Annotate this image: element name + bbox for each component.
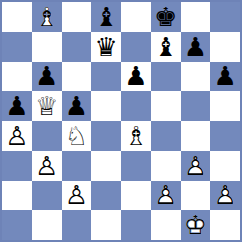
square-c4[interactable]: ♞♘ (62, 121, 92, 151)
square-h8[interactable] (210, 2, 240, 32)
square-a2[interactable] (2, 181, 32, 211)
piece-outline: ♗ (32, 2, 62, 32)
chess-board[interactable]: ♝♗♝♚♛♝♟♟♟♟♟♛♕♟♟♙♞♘♝♗♟♙♟♙♟♙♟♙♟♙♚♔ (0, 0, 242, 242)
piece-outline: ♗ (121, 121, 151, 151)
square-g6[interactable] (181, 62, 211, 92)
square-f5[interactable] (151, 91, 181, 121)
white-bishop-piece[interactable]: ♝♗ (32, 2, 62, 32)
piece-glyph: ♟ (210, 62, 240, 92)
square-e8[interactable] (121, 2, 151, 32)
square-e6[interactable]: ♟ (121, 62, 151, 92)
square-f3[interactable] (151, 151, 181, 181)
piece-outline: ♔ (181, 210, 211, 240)
square-d8[interactable]: ♝ (91, 2, 121, 32)
piece-outline: ♙ (62, 181, 92, 211)
square-c3[interactable] (62, 151, 92, 181)
square-h4[interactable] (210, 121, 240, 151)
square-a3[interactable] (2, 151, 32, 181)
piece-glyph: ♟ (32, 62, 62, 92)
square-a1[interactable] (2, 210, 32, 240)
white-knight-piece[interactable]: ♞♘ (62, 121, 92, 151)
square-d1[interactable] (91, 210, 121, 240)
square-a7[interactable] (2, 32, 32, 62)
square-d4[interactable] (91, 121, 121, 151)
square-e5[interactable] (121, 91, 151, 121)
black-pawn-piece[interactable]: ♟ (210, 62, 240, 92)
square-g1[interactable]: ♚♔ (181, 210, 211, 240)
black-bishop-piece[interactable]: ♝ (91, 2, 121, 32)
square-a8[interactable] (2, 2, 32, 32)
square-d7[interactable]: ♛ (91, 32, 121, 62)
piece-glyph: ♝ (151, 32, 181, 62)
white-pawn-piece[interactable]: ♟♙ (2, 121, 32, 151)
square-g5[interactable] (181, 91, 211, 121)
piece-glyph: ♝ (91, 2, 121, 32)
square-d3[interactable] (91, 151, 121, 181)
square-f1[interactable] (151, 210, 181, 240)
square-e4[interactable]: ♝♗ (121, 121, 151, 151)
square-b3[interactable]: ♟♙ (32, 151, 62, 181)
square-e2[interactable] (121, 181, 151, 211)
square-h3[interactable] (210, 151, 240, 181)
square-g4[interactable] (181, 121, 211, 151)
black-bishop-piece[interactable]: ♝ (151, 32, 181, 62)
piece-outline: ♙ (210, 181, 240, 211)
square-b8[interactable]: ♝♗ (32, 2, 62, 32)
white-pawn-piece[interactable]: ♟♙ (32, 151, 62, 181)
black-pawn-piece[interactable]: ♟ (181, 32, 211, 62)
square-h1[interactable] (210, 210, 240, 240)
square-b7[interactable] (32, 32, 62, 62)
piece-outline: ♙ (32, 151, 62, 181)
square-f6[interactable] (151, 62, 181, 92)
white-pawn-piece[interactable]: ♟♙ (151, 181, 181, 211)
square-g2[interactable] (181, 181, 211, 211)
piece-glyph: ♛ (91, 32, 121, 62)
square-b5[interactable]: ♛♕ (32, 91, 62, 121)
piece-glyph: ♟ (181, 32, 211, 62)
square-c1[interactable] (62, 210, 92, 240)
square-b6[interactable]: ♟ (32, 62, 62, 92)
square-b4[interactable] (32, 121, 62, 151)
white-bishop-piece[interactable]: ♝♗ (121, 121, 151, 151)
white-pawn-piece[interactable]: ♟♙ (210, 181, 240, 211)
square-f7[interactable]: ♝ (151, 32, 181, 62)
square-d6[interactable] (91, 62, 121, 92)
square-a4[interactable]: ♟♙ (2, 121, 32, 151)
square-c2[interactable]: ♟♙ (62, 181, 92, 211)
white-pawn-piece[interactable]: ♟♙ (181, 151, 211, 181)
square-h5[interactable] (210, 91, 240, 121)
square-g3[interactable]: ♟♙ (181, 151, 211, 181)
square-a6[interactable] (2, 62, 32, 92)
square-f8[interactable]: ♚ (151, 2, 181, 32)
square-e7[interactable] (121, 32, 151, 62)
black-pawn-piece[interactable]: ♟ (2, 91, 32, 121)
piece-glyph: ♚ (151, 2, 181, 32)
black-king-piece[interactable]: ♚ (151, 2, 181, 32)
square-c5[interactable]: ♟ (62, 91, 92, 121)
square-h7[interactable] (210, 32, 240, 62)
square-e3[interactable] (121, 151, 151, 181)
square-d5[interactable] (91, 91, 121, 121)
piece-outline: ♘ (62, 121, 92, 151)
square-a5[interactable]: ♟ (2, 91, 32, 121)
square-d2[interactable] (91, 181, 121, 211)
square-c6[interactable] (62, 62, 92, 92)
square-g7[interactable]: ♟ (181, 32, 211, 62)
white-pawn-piece[interactable]: ♟♙ (62, 181, 92, 211)
square-h6[interactable]: ♟ (210, 62, 240, 92)
piece-glyph: ♟ (121, 62, 151, 92)
black-pawn-piece[interactable]: ♟ (62, 91, 92, 121)
piece-outline: ♙ (181, 151, 211, 181)
black-pawn-piece[interactable]: ♟ (121, 62, 151, 92)
black-pawn-piece[interactable]: ♟ (32, 62, 62, 92)
piece-outline: ♙ (2, 121, 32, 151)
square-b2[interactable] (32, 181, 62, 211)
square-f4[interactable] (151, 121, 181, 151)
square-c7[interactable] (62, 32, 92, 62)
piece-glyph: ♟ (2, 91, 32, 121)
square-g8[interactable] (181, 2, 211, 32)
square-e1[interactable] (121, 210, 151, 240)
black-queen-piece[interactable]: ♛ (91, 32, 121, 62)
white-king-piece[interactable]: ♚♔ (181, 210, 211, 240)
piece-outline: ♙ (151, 181, 181, 211)
square-c8[interactable] (62, 2, 92, 32)
piece-outline: ♕ (32, 91, 62, 121)
white-queen-piece[interactable]: ♛♕ (32, 91, 62, 121)
square-b1[interactable] (32, 210, 62, 240)
square-f2[interactable]: ♟♙ (151, 181, 181, 211)
piece-glyph: ♟ (62, 91, 92, 121)
square-h2[interactable]: ♟♙ (210, 181, 240, 211)
